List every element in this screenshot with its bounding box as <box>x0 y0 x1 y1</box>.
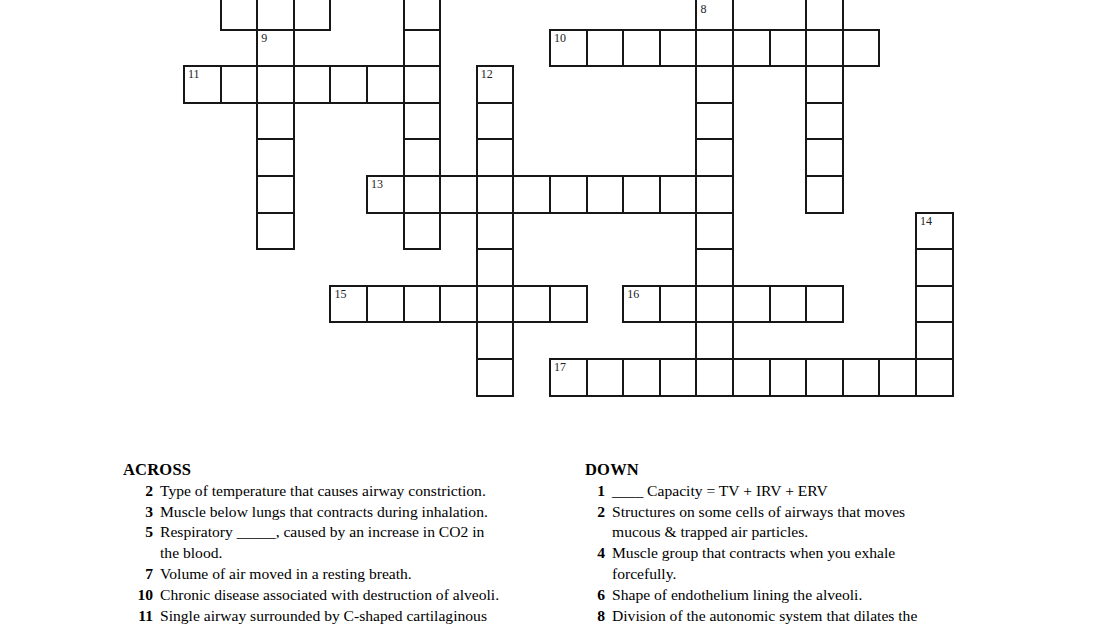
grid-cell-r10c19[interactable] <box>878 358 917 397</box>
grid-cell-r7c20[interactable] <box>915 248 954 287</box>
grid-cell-r1c10[interactable]: 10 <box>549 29 588 68</box>
cell-number-10: 10 <box>554 32 566 44</box>
grid-cell-r3c8[interactable] <box>476 102 515 141</box>
grid-cell-r7c14[interactable] <box>695 248 734 287</box>
grid-cell-r10c16[interactable] <box>769 358 808 397</box>
clue-across-2-number: 2 <box>123 481 153 502</box>
grid-cell-r1c14[interactable] <box>695 29 734 68</box>
clue-across-11-continuation: rings. <box>160 626 583 630</box>
grid-cell-r4c14[interactable] <box>695 138 734 177</box>
grid-cell-r5c9[interactable] <box>512 175 551 214</box>
grid-cell-r2c17[interactable] <box>805 65 844 104</box>
grid-cell-r1c11[interactable] <box>586 29 625 68</box>
clue-down-8-text: Division of the autonomic system that di… <box>612 606 917 627</box>
grid-cell-r2c6[interactable] <box>403 65 442 104</box>
grid-cell-r5c17[interactable] <box>805 175 844 214</box>
cell-number-14: 14 <box>920 215 932 227</box>
clue-down-2-continuation: mucous & trapped air particles. <box>612 522 1035 543</box>
clue-across-2: 2Type of temperature that causes airway … <box>123 481 583 502</box>
grid-cell-r5c12[interactable] <box>622 175 661 214</box>
grid-cell-r5c6[interactable] <box>403 175 442 214</box>
grid-cell-r1c15[interactable] <box>732 29 771 68</box>
clue-across-3-text: Muscle below lungs that contracts during… <box>160 502 488 523</box>
grid-cell-r4c8[interactable] <box>476 138 515 177</box>
grid-cell-r1c13[interactable] <box>659 29 698 68</box>
clue-across-10-text: Chronic disease associated with destruct… <box>160 585 499 606</box>
grid-cell-r10c11[interactable] <box>586 358 625 397</box>
grid-cell-r2c8[interactable]: 12 <box>476 65 515 104</box>
crossword-page: 891011121314151617 ACROSS 2Type of tempe… <box>0 0 1112 630</box>
down-header: DOWN <box>585 460 1035 481</box>
grid-cell-r8c7[interactable] <box>439 285 478 324</box>
clue-across-11-number: 11 <box>123 606 153 627</box>
grid-cell-r3c14[interactable] <box>695 102 734 141</box>
cell-number-8: 8 <box>700 3 706 15</box>
grid-cell-r8c9[interactable] <box>512 285 551 324</box>
grid-cell-r8c17[interactable] <box>805 285 844 324</box>
grid-cell-r2c4[interactable] <box>329 65 368 104</box>
cell-number-13: 13 <box>371 178 383 190</box>
grid-cell-r1c16[interactable] <box>769 29 808 68</box>
clue-down-1-text: ____ Capacity = TV + IRV + ERV <box>612 481 828 502</box>
clue-down-1-number: 1 <box>585 481 605 502</box>
clue-across-5-number: 5 <box>123 522 153 543</box>
grid-cell-r10c20[interactable] <box>915 358 954 397</box>
grid-cell-r6c8[interactable] <box>476 212 515 251</box>
grid-cell-r1c18[interactable] <box>842 29 881 68</box>
grid-cell-r8c5[interactable] <box>366 285 405 324</box>
clue-down-2: 2Structures on some cells of airways tha… <box>585 502 1035 523</box>
grid-cell-r10c8[interactable] <box>476 358 515 397</box>
grid-cell-r3c17[interactable] <box>805 102 844 141</box>
grid-cell-r8c8[interactable] <box>476 285 515 324</box>
clue-down-4-continuation: forcefully. <box>612 564 1035 585</box>
clue-down-6: 6Shape of endothelium lining the alveoli… <box>585 585 1035 606</box>
grid-cell-r8c20[interactable] <box>915 285 954 324</box>
cell-number-11: 11 <box>188 68 200 80</box>
grid-cell-r2c1[interactable] <box>220 65 259 104</box>
clue-down-6-text: Shape of endothelium lining the alveoli. <box>612 585 862 606</box>
grid-cell-r10c12[interactable] <box>622 358 661 397</box>
down-clues-section: DOWN 1____ Capacity = TV + IRV + ERV2Str… <box>585 460 1035 630</box>
across-clues-section: ACROSS 2Type of temperature that causes … <box>123 460 583 630</box>
grid-cell-r5c8[interactable] <box>476 175 515 214</box>
clue-across-3: 3Muscle below lungs that contracts durin… <box>123 502 583 523</box>
grid-cell-r0c1[interactable] <box>220 0 259 31</box>
grid-cell-r8c14[interactable] <box>695 285 734 324</box>
clue-across-5-continuation: the blood. <box>160 543 583 564</box>
down-clue-list: 1____ Capacity = TV + IRV + ERV2Structur… <box>585 481 1035 630</box>
grid-cell-r10c17[interactable] <box>805 358 844 397</box>
grid-cell-r8c13[interactable] <box>659 285 698 324</box>
cell-number-12: 12 <box>481 68 493 80</box>
grid-cell-r9c20[interactable] <box>915 321 954 360</box>
grid-cell-r2c14[interactable] <box>695 65 734 104</box>
clue-down-1: 1____ Capacity = TV + IRV + ERV <box>585 481 1035 502</box>
grid-cell-r3c2[interactable] <box>256 102 295 141</box>
grid-cell-r5c10[interactable] <box>549 175 588 214</box>
clue-down-8-number: 8 <box>585 606 605 627</box>
grid-cell-r10c18[interactable] <box>842 358 881 397</box>
grid-cell-r6c14[interactable] <box>695 212 734 251</box>
grid-cell-r5c13[interactable] <box>659 175 698 214</box>
grid-cell-r7c8[interactable] <box>476 248 515 287</box>
grid-cell-r9c14[interactable] <box>695 321 734 360</box>
clue-across-11-text: Single airway surrounded by C-shaped car… <box>160 606 487 627</box>
cell-number-9: 9 <box>261 32 267 44</box>
grid-cell-r2c0[interactable]: 11 <box>183 65 222 104</box>
grid-cell-r4c6[interactable] <box>403 138 442 177</box>
clue-across-5: 5Respiratory _____, caused by an increas… <box>123 522 583 543</box>
grid-cell-r10c10[interactable]: 17 <box>549 358 588 397</box>
grid-cell-r5c2[interactable] <box>256 175 295 214</box>
clue-across-10: 10Chronic disease associated with destru… <box>123 585 583 606</box>
clue-across-7: 7Volume of air moved in a resting breath… <box>123 564 583 585</box>
cell-number-15: 15 <box>334 288 346 300</box>
grid-cell-r1c12[interactable] <box>622 29 661 68</box>
grid-cell-r8c15[interactable] <box>732 285 771 324</box>
grid-cell-r9c8[interactable] <box>476 321 515 360</box>
grid-cell-r10c14[interactable] <box>695 358 734 397</box>
grid-cell-r5c7[interactable] <box>439 175 478 214</box>
clue-down-4: 4Muscle group that contracts when you ex… <box>585 543 1035 564</box>
clue-down-4-text: Muscle group that contracts when you exh… <box>612 543 895 564</box>
clue-across-7-number: 7 <box>123 564 153 585</box>
cell-number-17: 17 <box>554 361 566 373</box>
grid-cell-r1c2[interactable]: 9 <box>256 29 295 68</box>
grid-cell-r0c14[interactable]: 8 <box>695 0 734 31</box>
grid-cell-r8c6[interactable] <box>403 285 442 324</box>
grid-cell-r2c5[interactable] <box>366 65 405 104</box>
clue-across-2-text: Type of temperature that causes airway c… <box>160 481 486 502</box>
grid-cell-r6c20[interactable]: 14 <box>915 212 954 251</box>
clue-down-2-number: 2 <box>585 502 605 523</box>
clue-down-8: 8Division of the autonomic system that d… <box>585 606 1035 627</box>
clue-across-10-number: 10 <box>123 585 153 606</box>
grid-cell-r4c2[interactable] <box>256 138 295 177</box>
grid-cell-r8c16[interactable] <box>769 285 808 324</box>
grid-cell-r8c10[interactable] <box>549 285 588 324</box>
grid-cell-r3c6[interactable] <box>403 102 442 141</box>
grid-cell-r0c2[interactable] <box>256 0 295 31</box>
clue-across-5-text: Respiratory _____, caused by an increase… <box>160 522 484 543</box>
across-header: ACROSS <box>123 460 583 481</box>
clue-down-4-number: 4 <box>585 543 605 564</box>
clue-down-8-continuation: airways. <box>612 626 1035 630</box>
grid-cell-r8c4[interactable]: 15 <box>329 285 368 324</box>
grid-cell-r8c12[interactable]: 16 <box>622 285 661 324</box>
grid-cell-r5c5[interactable]: 13 <box>366 175 405 214</box>
grid-cell-r0c17[interactable] <box>805 0 844 31</box>
grid-cell-r6c6[interactable] <box>403 212 442 251</box>
across-clue-list: 2Type of temperature that causes airway … <box>123 481 583 630</box>
grid-cell-r4c17[interactable] <box>805 138 844 177</box>
grid-cell-r10c15[interactable] <box>732 358 771 397</box>
grid-cell-r0c3[interactable] <box>293 0 332 31</box>
grid-cell-r10c13[interactable] <box>659 358 698 397</box>
clue-across-7-text: Volume of air moved in a resting breath. <box>160 564 412 585</box>
cell-number-16: 16 <box>627 288 639 300</box>
grid-cell-r2c2[interactable] <box>256 65 295 104</box>
grid-cell-r5c14[interactable] <box>695 175 734 214</box>
grid-cell-r6c2[interactable] <box>256 212 295 251</box>
grid-cell-r1c6[interactable] <box>403 29 442 68</box>
clue-across-3-number: 3 <box>123 502 153 523</box>
clue-across-11: 11Single airway surrounded by C-shaped c… <box>123 606 583 627</box>
grid-cell-r0c6[interactable] <box>403 0 442 31</box>
clue-down-6-number: 6 <box>585 585 605 606</box>
clue-down-2-text: Structures on some cells of airways that… <box>612 502 905 523</box>
grid-cell-r5c11[interactable] <box>586 175 625 214</box>
grid-cell-r2c3[interactable] <box>293 65 332 104</box>
grid-cell-r1c17[interactable] <box>805 29 844 68</box>
